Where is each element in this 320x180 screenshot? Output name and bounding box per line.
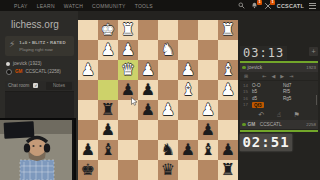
chat-header: Chat room ✓ Notes bbox=[5, 81, 74, 92]
square-c2[interactable] bbox=[178, 40, 198, 60]
white-king[interactable]: ♚ bbox=[101, 20, 115, 40]
black-player-label: CCSCATL (2258) bbox=[25, 69, 60, 74]
black-pawn[interactable]: ♟ bbox=[81, 140, 95, 160]
player-gm-title: GM bbox=[248, 122, 256, 127]
lichess-logo[interactable]: lichess.org bbox=[11, 19, 78, 30]
white-pawn[interactable]: ♟ bbox=[201, 100, 215, 120]
square-b3[interactable] bbox=[198, 60, 218, 80]
black-bishop[interactable]: ♝ bbox=[101, 140, 115, 160]
black-bishop[interactable]: ♝ bbox=[201, 140, 215, 160]
square-d7[interactable]: ♞ bbox=[158, 140, 178, 160]
player-rating: 2258 bbox=[306, 122, 316, 127]
white-pawn[interactable]: ♟ bbox=[161, 100, 175, 120]
square-d8[interactable]: ♛ bbox=[158, 160, 178, 180]
square-c6[interactable] bbox=[178, 120, 198, 140]
give-more-time-button[interactable]: + bbox=[309, 47, 318, 56]
square-d2[interactable]: ♞ bbox=[158, 40, 178, 60]
gm-title: GM bbox=[15, 69, 22, 74]
current-move[interactable]: Qf3 bbox=[252, 102, 264, 108]
white-rook[interactable]: ♜ bbox=[221, 20, 235, 40]
square-b5[interactable]: ♟ bbox=[198, 100, 218, 120]
white-player-row[interactable]: joevick (1923) bbox=[6, 61, 74, 66]
square-h8[interactable]: ♚ bbox=[78, 160, 98, 180]
square-a4[interactable]: ♟ bbox=[218, 80, 238, 100]
square-g1[interactable]: ♚ bbox=[98, 20, 118, 40]
opponent-name-row[interactable]: joevick 1923 bbox=[240, 63, 318, 72]
square-a5[interactable] bbox=[218, 100, 238, 120]
black-player-row[interactable]: GM CCSCATL (2258) bbox=[6, 69, 74, 75]
square-a6[interactable] bbox=[218, 120, 238, 140]
square-a8[interactable]: ♜ bbox=[218, 160, 238, 180]
square-d3[interactable] bbox=[158, 60, 178, 80]
move-row-current: 17 Qf3 bbox=[240, 102, 318, 109]
white-move[interactable]: O-O bbox=[252, 83, 261, 88]
move-number: 16 bbox=[243, 96, 252, 101]
chess-board[interactable]: ♚♜♜♟♟♞♟♛♟♟♝♟♟♝♟♜♟♟♟♟♟♟♝♞♟♝♟♚♛♜ bbox=[78, 20, 238, 180]
move-list-scrollbar[interactable] bbox=[316, 95, 318, 105]
challenges-swords-icon[interactable]: 1 bbox=[264, 2, 272, 10]
black-king[interactable]: ♚ bbox=[81, 160, 95, 180]
bell-badge: 1 bbox=[257, 0, 261, 5]
mouse-cursor bbox=[131, 97, 138, 106]
white-bishop[interactable]: ♝ bbox=[221, 60, 235, 80]
webcam-tv bbox=[4, 121, 35, 139]
white-pawn[interactable]: ♟ bbox=[141, 60, 155, 80]
black-pawn[interactable]: ♟ bbox=[201, 120, 215, 140]
notifications-bell-icon[interactable]: 1 bbox=[251, 2, 259, 10]
square-f1[interactable]: ♜ bbox=[118, 20, 138, 40]
square-b2[interactable] bbox=[198, 40, 218, 60]
square-b6[interactable]: ♟ bbox=[198, 120, 218, 140]
black-move[interactable]: Nd7 bbox=[283, 83, 291, 88]
game-side-panel: 03:13 + joevick 1923 ⊞ ⇤ ◀ ▶ ⇥ 14 O-O Nd… bbox=[240, 46, 318, 151]
square-g6[interactable]: ♟ bbox=[98, 120, 118, 140]
move-list[interactable]: 14 O-O Nd7 15 b5 Rf5 16 d5 Rg5 17 Qf3 bbox=[240, 81, 318, 110]
square-e4[interactable]: ♟ bbox=[138, 80, 158, 100]
prev-move-icon[interactable]: ◀ bbox=[271, 73, 275, 79]
black-rook[interactable]: ♜ bbox=[221, 160, 235, 180]
square-d1[interactable] bbox=[158, 20, 178, 40]
square-e2[interactable] bbox=[138, 40, 158, 60]
player-clock-active: 02:51 bbox=[240, 134, 292, 151]
square-f2[interactable]: ♟ bbox=[118, 40, 138, 60]
top-nav: PLAY LEARN WATCH COMMUNITY TOOLS 1 1 CCS… bbox=[0, 0, 320, 11]
white-pawn[interactable]: ♟ bbox=[81, 60, 95, 80]
white-pawn[interactable]: ♟ bbox=[221, 80, 235, 100]
black-pawn[interactable]: ♟ bbox=[101, 120, 115, 140]
move-number: 14 bbox=[243, 83, 252, 88]
square-b8[interactable] bbox=[198, 160, 218, 180]
square-c1[interactable] bbox=[178, 20, 198, 40]
analysis-board-icon[interactable]: ⊞ bbox=[244, 73, 248, 79]
square-e3[interactable]: ♟ bbox=[138, 60, 158, 80]
square-g8[interactable] bbox=[98, 160, 118, 180]
nav-item-community[interactable]: COMMUNITY bbox=[92, 3, 126, 9]
square-f3[interactable]: ♛ bbox=[118, 60, 138, 80]
square-f6[interactable] bbox=[118, 120, 138, 140]
square-d6[interactable] bbox=[158, 120, 178, 140]
challenge-badge: 1 bbox=[270, 0, 274, 5]
opponent-rating: 1923 bbox=[306, 65, 316, 70]
square-f8[interactable] bbox=[118, 160, 138, 180]
square-e8[interactable] bbox=[138, 160, 158, 180]
black-move[interactable]: Rg5 bbox=[283, 96, 291, 101]
resign-flag-icon[interactable]: ⚑ bbox=[293, 111, 299, 119]
white-knight[interactable]: ♞ bbox=[161, 40, 175, 60]
square-e5[interactable]: ♟ bbox=[138, 100, 158, 120]
nav-menu: PLAY LEARN WATCH COMMUNITY TOOLS bbox=[14, 3, 153, 9]
move-nav-toolbar: ⊞ ⇤ ◀ ▶ ⇥ bbox=[240, 72, 318, 81]
square-h5[interactable] bbox=[78, 100, 98, 120]
opponent-name: joevick bbox=[248, 65, 263, 70]
square-c8[interactable] bbox=[178, 160, 198, 180]
square-c4[interactable]: ♝ bbox=[178, 80, 198, 100]
blitz-lightning-icon: ⚡ bbox=[9, 40, 15, 52]
square-c5[interactable] bbox=[178, 100, 198, 120]
game-meta-status: Playing right now bbox=[19, 47, 65, 52]
game-action-buttons: ↶ ☝ ⚑ bbox=[240, 110, 318, 120]
black-rook[interactable]: ♜ bbox=[101, 100, 115, 120]
square-f7[interactable] bbox=[118, 140, 138, 160]
first-move-icon[interactable]: ⇤ bbox=[262, 73, 266, 79]
square-g3[interactable] bbox=[98, 60, 118, 80]
player-name: CCSCATL bbox=[260, 122, 282, 127]
square-h1[interactable] bbox=[78, 20, 98, 40]
black-pawn[interactable]: ♟ bbox=[181, 140, 195, 160]
square-g4[interactable] bbox=[98, 80, 118, 100]
black-knight[interactable]: ♞ bbox=[161, 140, 175, 160]
notes-tab[interactable]: Notes bbox=[46, 82, 72, 90]
chat-title: Chat room bbox=[8, 83, 29, 88]
draw-offer-hand-icon[interactable]: ☝ bbox=[277, 111, 281, 119]
square-b7[interactable]: ♝ bbox=[198, 140, 218, 160]
white-pawn[interactable]: ♟ bbox=[121, 40, 135, 60]
black-pawn[interactable]: ♟ bbox=[141, 100, 155, 120]
white-rook[interactable]: ♜ bbox=[121, 20, 135, 40]
streamer-webcam bbox=[0, 118, 76, 180]
white-player-label: joevick (1923) bbox=[13, 61, 42, 66]
next-move-icon[interactable]: ▶ bbox=[280, 73, 284, 79]
black-piece-dot-icon bbox=[6, 69, 12, 75]
square-g7[interactable]: ♝ bbox=[98, 140, 118, 160]
white-queen[interactable]: ♛ bbox=[121, 60, 135, 80]
black-pawn[interactable]: ♟ bbox=[221, 140, 235, 160]
move-number: 15 bbox=[243, 89, 252, 94]
black-move[interactable]: Rf5 bbox=[283, 89, 290, 94]
player-clock-bar bbox=[240, 130, 318, 132]
square-h3[interactable]: ♟ bbox=[78, 60, 98, 80]
webcam-shirt bbox=[20, 160, 54, 180]
white-move[interactable]: d5 bbox=[252, 96, 257, 101]
black-queen[interactable]: ♛ bbox=[161, 160, 175, 180]
square-d5[interactable]: ♟ bbox=[158, 100, 178, 120]
square-h2[interactable] bbox=[78, 40, 98, 60]
nav-username[interactable]: CCSCATL bbox=[277, 3, 304, 9]
square-h6[interactable] bbox=[78, 120, 98, 140]
nav-item-learn[interactable]: LEARN bbox=[37, 3, 55, 9]
square-h4[interactable] bbox=[78, 80, 98, 100]
online-dot-icon bbox=[242, 123, 246, 127]
hamburger-menu-icon[interactable] bbox=[309, 3, 316, 9]
square-a7[interactable]: ♟ bbox=[218, 140, 238, 160]
square-a1[interactable]: ♜ bbox=[218, 20, 238, 40]
opponent-clock: 03:13 bbox=[240, 46, 287, 60]
square-e1[interactable] bbox=[138, 20, 158, 40]
square-a2[interactable] bbox=[218, 40, 238, 60]
square-c3[interactable]: ♟ bbox=[178, 60, 198, 80]
square-g5[interactable]: ♜ bbox=[98, 100, 118, 120]
square-e7[interactable] bbox=[138, 140, 158, 160]
square-c7[interactable]: ♟ bbox=[178, 140, 198, 160]
game-meta-box: ⚡ 1+0 • BLITZ • RATED Playing right now bbox=[5, 36, 74, 56]
white-pawn[interactable]: ♟ bbox=[101, 40, 115, 60]
white-pawn[interactable]: ♟ bbox=[181, 60, 195, 80]
square-b4[interactable] bbox=[198, 80, 218, 100]
game-meta-type: 1+0 • BLITZ • RATED bbox=[19, 40, 65, 45]
nav-item-tools[interactable]: TOOLS bbox=[135, 3, 153, 9]
square-h7[interactable]: ♟ bbox=[78, 140, 98, 160]
square-a3[interactable]: ♝ bbox=[218, 60, 238, 80]
nav-item-watch[interactable]: WATCH bbox=[64, 3, 83, 9]
chat-toggle-checkbox[interactable]: ✓ bbox=[33, 83, 38, 88]
player-name-row[interactable]: GM CCSCATL 2258 bbox=[240, 120, 318, 129]
search-icon[interactable] bbox=[238, 2, 246, 10]
move-number: 17 bbox=[243, 102, 252, 107]
square-g2[interactable]: ♟ bbox=[98, 40, 118, 60]
square-b1[interactable] bbox=[198, 20, 218, 40]
white-bishop[interactable]: ♝ bbox=[181, 80, 195, 100]
square-e6[interactable] bbox=[138, 120, 158, 140]
black-pawn[interactable]: ♟ bbox=[141, 80, 155, 100]
white-move[interactable]: b5 bbox=[252, 89, 257, 94]
online-dot-icon bbox=[242, 66, 246, 70]
last-move-icon[interactable]: ⇥ bbox=[289, 73, 293, 79]
square-d4[interactable] bbox=[158, 80, 178, 100]
nav-item-play[interactable]: PLAY bbox=[14, 3, 28, 9]
white-piece-dot-icon bbox=[6, 62, 10, 66]
player-list: joevick (1923) GM CCSCATL (2258) bbox=[6, 61, 74, 75]
